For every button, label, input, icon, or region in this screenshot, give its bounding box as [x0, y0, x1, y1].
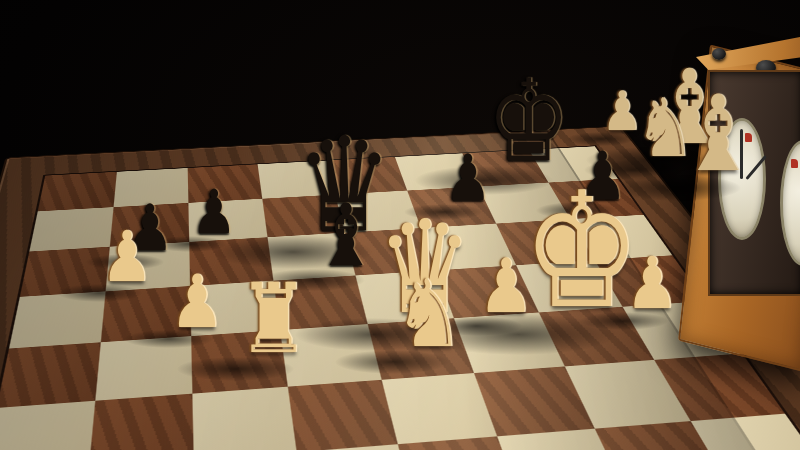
square-d3[interactable] — [288, 380, 398, 450]
square-a4[interactable] — [0, 342, 101, 408]
clock-right-flag — [791, 159, 798, 168]
photo-scene: ♜♞♛♚♟♟♟♟♟♟♝♛♟♚♟♟♞♝♝ — [0, 0, 800, 450]
white-knight-e1[interactable]: ♞ — [380, 267, 478, 361]
square-b3[interactable] — [89, 394, 194, 450]
captured-white-bishop[interactable]: ♝ — [663, 82, 773, 187]
square-a8[interactable] — [38, 172, 117, 212]
square-a5[interactable] — [9, 291, 106, 348]
square-h2[interactable] — [691, 414, 800, 450]
white-pawn-a3[interactable]: ♟ — [90, 222, 164, 292]
square-a3[interactable] — [0, 401, 95, 450]
white-rook-c1[interactable]: ♜ — [223, 272, 324, 368]
black-pawn-b5[interactable]: ♟ — [182, 182, 246, 243]
white-king-g2[interactable]: ♚ — [497, 172, 665, 332]
square-b4[interactable] — [95, 336, 192, 401]
square-c3[interactable] — [192, 387, 296, 450]
